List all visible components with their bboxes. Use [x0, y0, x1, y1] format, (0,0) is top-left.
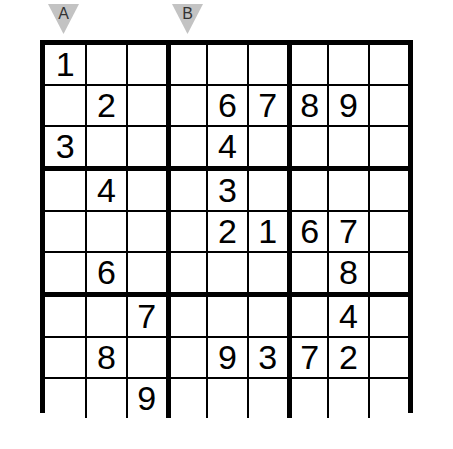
sudoku-cell[interactable]: 3: [206, 166, 246, 210]
sudoku-cell[interactable]: [45, 292, 85, 336]
sudoku-cell[interactable]: [327, 377, 367, 418]
sudoku-cell[interactable]: [206, 377, 246, 418]
marker-b-triangle: B: [172, 4, 203, 34]
marker-a-label: A: [58, 4, 69, 23]
sudoku-cell[interactable]: [206, 251, 246, 292]
sudoku-cell[interactable]: [126, 336, 166, 377]
sudoku-cell[interactable]: 1: [247, 210, 287, 251]
sudoku-cell[interactable]: [85, 45, 125, 84]
sudoku-cell[interactable]: [85, 210, 125, 251]
sudoku-cell[interactable]: 4: [206, 125, 246, 166]
sudoku-cell[interactable]: [166, 336, 206, 377]
sudoku-cell[interactable]: [45, 336, 85, 377]
sudoku-cell[interactable]: [166, 45, 206, 84]
sudoku-cell[interactable]: [126, 210, 166, 251]
sudoku-cell[interactable]: 2: [206, 210, 246, 251]
sudoku-cell[interactable]: [247, 377, 287, 418]
sudoku-cell[interactable]: [368, 377, 408, 418]
sudoku-cell[interactable]: 8: [287, 84, 327, 125]
sudoku-cell[interactable]: [166, 84, 206, 125]
sudoku-cell[interactable]: [166, 292, 206, 336]
sudoku-cell[interactable]: 7: [287, 336, 327, 377]
sudoku-cell[interactable]: 3: [247, 336, 287, 377]
sudoku-cell[interactable]: [45, 210, 85, 251]
sudoku-cell[interactable]: [247, 45, 287, 84]
sudoku-cell[interactable]: [126, 166, 166, 210]
sudoku-cell[interactable]: [247, 166, 287, 210]
marker-b-label: B: [182, 4, 193, 23]
sudoku-cell[interactable]: [85, 292, 125, 336]
sudoku-cell[interactable]: [287, 166, 327, 210]
sudoku-cell[interactable]: [287, 292, 327, 336]
sudoku-cell[interactable]: [287, 377, 327, 418]
sudoku-cell[interactable]: [166, 166, 206, 210]
sudoku-cell[interactable]: 8: [85, 336, 125, 377]
sudoku-cell[interactable]: [287, 125, 327, 166]
sudoku-cell[interactable]: [368, 166, 408, 210]
sudoku-cell[interactable]: [45, 251, 85, 292]
sudoku-cell[interactable]: 9: [327, 84, 367, 125]
sudoku-cell[interactable]: [287, 45, 327, 84]
sudoku-cell[interactable]: 6: [206, 84, 246, 125]
sudoku-cell[interactable]: 2: [327, 336, 367, 377]
sudoku-cell[interactable]: 6: [287, 210, 327, 251]
sudoku-cell[interactable]: [368, 45, 408, 84]
sudoku-cell[interactable]: [45, 377, 85, 418]
sudoku-cell[interactable]: [85, 377, 125, 418]
sudoku-cell[interactable]: 4: [85, 166, 125, 210]
sudoku-cell[interactable]: [166, 251, 206, 292]
sudoku-cell[interactable]: 1: [45, 45, 85, 84]
sudoku-cell[interactable]: [247, 251, 287, 292]
sudoku-cell[interactable]: [368, 336, 408, 377]
sudoku-cell[interactable]: 7: [327, 210, 367, 251]
sudoku-cell[interactable]: [368, 125, 408, 166]
sudoku-cell[interactable]: [126, 251, 166, 292]
sudoku-cell[interactable]: 6: [85, 251, 125, 292]
sudoku-cell[interactable]: 7: [247, 84, 287, 125]
sudoku-cell[interactable]: [166, 210, 206, 251]
sudoku-cell[interactable]: [166, 125, 206, 166]
sudoku-cell[interactable]: [327, 125, 367, 166]
sudoku-cell[interactable]: [126, 125, 166, 166]
sudoku-cell[interactable]: [166, 377, 206, 418]
sudoku-cell[interactable]: [206, 45, 246, 84]
sudoku-cell[interactable]: [368, 251, 408, 292]
sudoku-cell[interactable]: [126, 45, 166, 84]
sudoku-cell[interactable]: 9: [126, 377, 166, 418]
sudoku-cell[interactable]: [368, 292, 408, 336]
sudoku-cell[interactable]: 3: [45, 125, 85, 166]
sudoku-cell[interactable]: [85, 125, 125, 166]
sudoku-cell[interactable]: [247, 125, 287, 166]
sudoku-cell[interactable]: 2: [85, 84, 125, 125]
sudoku-cell[interactable]: [45, 84, 85, 125]
sudoku-cell[interactable]: [327, 166, 367, 210]
sudoku-grid: 126789344321676874893729: [40, 40, 413, 413]
sudoku-cell[interactable]: [368, 84, 408, 125]
sudoku-cell[interactable]: [126, 84, 166, 125]
sudoku-cell[interactable]: [287, 251, 327, 292]
sudoku-cell[interactable]: [45, 166, 85, 210]
sudoku-cell[interactable]: [368, 210, 408, 251]
sudoku-cell[interactable]: 4: [327, 292, 367, 336]
sudoku-cell[interactable]: 9: [206, 336, 246, 377]
sudoku-cell[interactable]: [206, 292, 246, 336]
sudoku-cell[interactable]: [247, 292, 287, 336]
marker-a-triangle: A: [48, 4, 79, 34]
sudoku-cell[interactable]: 7: [126, 292, 166, 336]
sudoku-cell[interactable]: [327, 45, 367, 84]
sudoku-cell[interactable]: 8: [327, 251, 367, 292]
